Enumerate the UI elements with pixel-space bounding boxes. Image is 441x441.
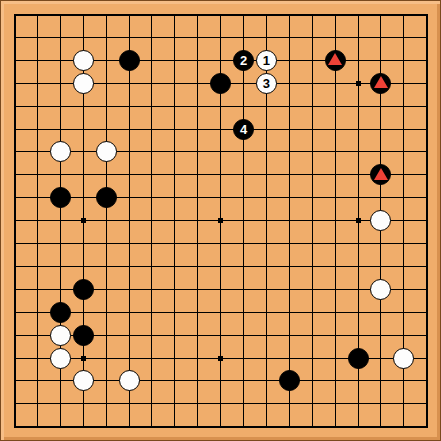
grid-line-horizontal xyxy=(14,243,428,244)
stone-white-c5 xyxy=(50,325,71,346)
move-number-label: 3 xyxy=(263,76,270,89)
move-number-label: 1 xyxy=(263,53,270,66)
move-number-label: 4 xyxy=(240,122,247,135)
stone-black-d5 xyxy=(73,325,94,346)
stone-black-c6 xyxy=(50,302,71,323)
star-point xyxy=(81,356,86,361)
triangle-marker-icon xyxy=(374,168,388,180)
grid-line-vertical xyxy=(289,14,290,428)
stone-black-r16 xyxy=(370,73,391,94)
stone-white-e13 xyxy=(96,141,117,162)
move-number-label: 2 xyxy=(240,53,247,66)
go-board: 2134 xyxy=(0,0,441,441)
grid-line-horizontal xyxy=(14,426,428,428)
stone-black-f17 xyxy=(119,50,140,71)
triangle-marker-icon xyxy=(374,76,388,88)
stone-white-s4 xyxy=(393,348,414,369)
star-point xyxy=(81,218,86,223)
stone-black-l17: 2 xyxy=(233,50,254,71)
stone-white-f3 xyxy=(119,370,140,391)
stone-black-n3 xyxy=(279,370,300,391)
grid-line-vertical xyxy=(312,14,313,428)
stone-black-e11 xyxy=(96,187,117,208)
stone-white-c4 xyxy=(50,348,71,369)
stone-black-p17 xyxy=(325,50,346,71)
triangle-marker-icon xyxy=(328,53,342,65)
stone-white-m17: 1 xyxy=(256,50,277,71)
stone-white-r7 xyxy=(370,279,391,300)
grid-line-horizontal xyxy=(14,403,428,404)
stone-black-c11 xyxy=(50,187,71,208)
stone-black-l14: 4 xyxy=(233,119,254,140)
stone-black-q4 xyxy=(348,348,369,369)
grid-line-horizontal xyxy=(14,266,428,267)
star-point xyxy=(356,218,361,223)
stone-black-d7 xyxy=(73,279,94,300)
grid-line-vertical xyxy=(426,14,428,428)
star-point xyxy=(218,356,223,361)
grid-line-vertical xyxy=(335,14,336,428)
grid-line-horizontal xyxy=(14,312,428,313)
grid-line-vertical xyxy=(243,14,244,428)
stone-white-r10 xyxy=(370,210,391,231)
stone-white-d17 xyxy=(73,50,94,71)
stone-white-c13 xyxy=(50,141,71,162)
star-point xyxy=(218,218,223,223)
star-point xyxy=(356,81,361,86)
stone-white-d3 xyxy=(73,370,94,391)
stone-white-m16: 3 xyxy=(256,73,277,94)
stone-black-r12 xyxy=(370,164,391,185)
stone-black-k16 xyxy=(210,73,231,94)
stone-white-d16 xyxy=(73,73,94,94)
